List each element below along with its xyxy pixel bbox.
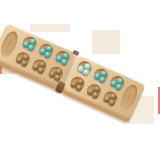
- right-half-pits: [66, 57, 129, 110]
- photo-artifact-block: [92, 30, 120, 54]
- board-right-half: [62, 54, 146, 119]
- pit-near-6[interactable]: [101, 89, 119, 107]
- mancala-board: [0, 23, 146, 118]
- photo-artifact-block: [30, 24, 70, 32]
- right-edge-red-artifact: [158, 87, 160, 114]
- mancala-board-photo: [0, 0, 160, 160]
- pit-near-3[interactable]: [47, 64, 65, 82]
